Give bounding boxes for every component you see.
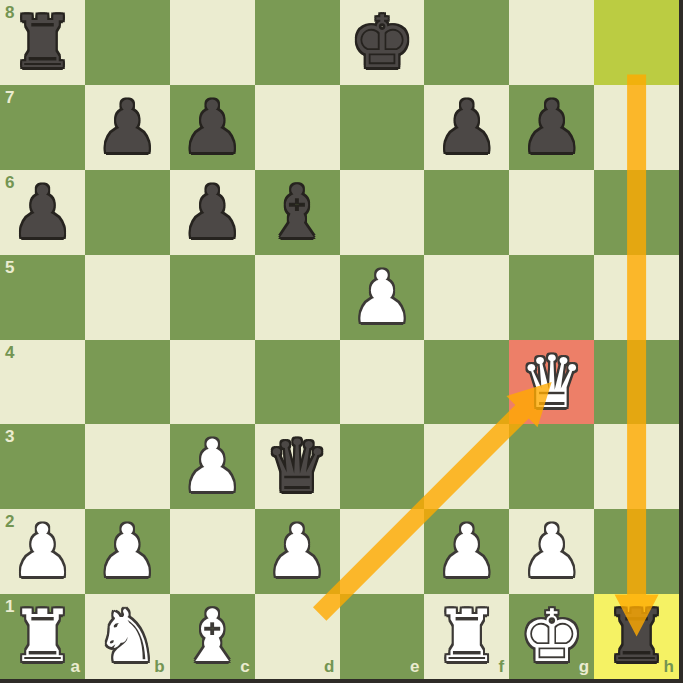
white-pawn-icon[interactable]: ♟ <box>95 509 160 594</box>
black-pawn-icon[interactable]: ♟ <box>519 85 584 170</box>
rank-label-4: 4 <box>5 343 14 363</box>
white-queen-icon[interactable]: ♛ <box>519 340 584 425</box>
file-label-c: c <box>240 657 249 677</box>
file-label-g: g <box>579 657 589 677</box>
square-a4[interactable]: 4 <box>0 340 85 425</box>
square-b3[interactable] <box>85 424 170 509</box>
square-c7[interactable]: ♟ <box>170 85 255 170</box>
white-pawn-icon[interactable]: ♟ <box>519 509 584 594</box>
chess-board[interactable]: 8♜♚7♟♟♟♟6♟♟♝5♟4♛3♟♛2♟♟♟♟♟1a♜b♞c♝def♜g♚h♜ <box>0 0 679 679</box>
chess-app-stage: 8♜♚7♟♟♟♟6♟♟♝5♟4♛3♟♛2♟♟♟♟♟1a♜b♞c♝def♜g♚h♜ <box>0 0 683 683</box>
square-b2[interactable]: ♟ <box>85 509 170 594</box>
black-pawn-icon[interactable]: ♟ <box>95 85 160 170</box>
square-d1[interactable]: d <box>255 594 340 679</box>
square-e3[interactable] <box>340 424 425 509</box>
white-king-icon[interactable]: ♚ <box>519 594 584 679</box>
white-pawn-icon[interactable]: ♟ <box>10 509 75 594</box>
black-pawn-icon[interactable]: ♟ <box>10 170 75 255</box>
square-c1[interactable]: c♝ <box>170 594 255 679</box>
square-d5[interactable] <box>255 255 340 340</box>
square-f6[interactable] <box>424 170 509 255</box>
square-f3[interactable] <box>424 424 509 509</box>
white-rook-icon[interactable]: ♜ <box>435 594 500 679</box>
square-e2[interactable] <box>340 509 425 594</box>
square-e5[interactable]: ♟ <box>340 255 425 340</box>
file-label-e: e <box>410 657 419 677</box>
square-d7[interactable] <box>255 85 340 170</box>
square-g6[interactable] <box>509 170 594 255</box>
black-pawn-icon[interactable]: ♟ <box>180 85 245 170</box>
square-e1[interactable]: e <box>340 594 425 679</box>
square-g5[interactable] <box>509 255 594 340</box>
file-label-b: b <box>154 657 164 677</box>
square-f4[interactable] <box>424 340 509 425</box>
black-pawn-icon[interactable]: ♟ <box>180 170 245 255</box>
square-e4[interactable] <box>340 340 425 425</box>
white-rook-icon[interactable]: ♜ <box>10 594 75 679</box>
square-f2[interactable]: ♟ <box>424 509 509 594</box>
white-pawn-icon[interactable]: ♟ <box>265 509 330 594</box>
square-h5[interactable] <box>594 255 679 340</box>
rank-label-6: 6 <box>5 173 14 193</box>
square-f5[interactable] <box>424 255 509 340</box>
square-b8[interactable] <box>85 0 170 85</box>
square-a8[interactable]: 8♜ <box>0 0 85 85</box>
square-b5[interactable] <box>85 255 170 340</box>
square-b6[interactable] <box>85 170 170 255</box>
square-b4[interactable] <box>85 340 170 425</box>
square-c4[interactable] <box>170 340 255 425</box>
white-bishop-icon[interactable]: ♝ <box>180 594 245 679</box>
square-h2[interactable] <box>594 509 679 594</box>
black-rook-icon[interactable]: ♜ <box>604 594 669 679</box>
square-g8[interactable] <box>509 0 594 85</box>
square-a2[interactable]: 2♟ <box>0 509 85 594</box>
square-h7[interactable] <box>594 85 679 170</box>
square-a5[interactable]: 5 <box>0 255 85 340</box>
rank-label-8: 8 <box>5 3 14 23</box>
black-bishop-icon[interactable]: ♝ <box>265 170 330 255</box>
white-pawn-icon[interactable]: ♟ <box>180 424 245 509</box>
square-e7[interactable] <box>340 85 425 170</box>
square-a1[interactable]: 1a♜ <box>0 594 85 679</box>
square-d6[interactable]: ♝ <box>255 170 340 255</box>
square-g1[interactable]: g♚ <box>509 594 594 679</box>
square-a7[interactable]: 7 <box>0 85 85 170</box>
square-c2[interactable] <box>170 509 255 594</box>
black-king-icon[interactable]: ♚ <box>350 0 415 85</box>
square-h6[interactable] <box>594 170 679 255</box>
square-e8[interactable]: ♚ <box>340 0 425 85</box>
black-pawn-icon[interactable]: ♟ <box>435 85 500 170</box>
square-f7[interactable]: ♟ <box>424 85 509 170</box>
square-d3[interactable]: ♛ <box>255 424 340 509</box>
square-g4[interactable]: ♛ <box>509 340 594 425</box>
square-d8[interactable] <box>255 0 340 85</box>
black-rook-icon[interactable]: ♜ <box>10 0 75 85</box>
square-f8[interactable] <box>424 0 509 85</box>
square-b1[interactable]: b♞ <box>85 594 170 679</box>
square-h1[interactable]: h♜ <box>594 594 679 679</box>
white-pawn-icon[interactable]: ♟ <box>350 255 415 340</box>
square-c5[interactable] <box>170 255 255 340</box>
file-label-a: a <box>70 657 79 677</box>
square-h4[interactable] <box>594 340 679 425</box>
rank-label-1: 1 <box>5 597 14 617</box>
rank-label-2: 2 <box>5 512 14 532</box>
square-e6[interactable] <box>340 170 425 255</box>
file-label-f: f <box>499 657 505 677</box>
square-c6[interactable]: ♟ <box>170 170 255 255</box>
white-pawn-icon[interactable]: ♟ <box>435 509 500 594</box>
file-label-h: h <box>664 657 674 677</box>
square-h3[interactable] <box>594 424 679 509</box>
square-c8[interactable] <box>170 0 255 85</box>
square-a3[interactable]: 3 <box>0 424 85 509</box>
rank-label-7: 7 <box>5 88 14 108</box>
square-g7[interactable]: ♟ <box>509 85 594 170</box>
square-b7[interactable]: ♟ <box>85 85 170 170</box>
square-d4[interactable] <box>255 340 340 425</box>
black-queen-icon[interactable]: ♛ <box>265 424 330 509</box>
square-a6[interactable]: 6♟ <box>0 170 85 255</box>
file-label-d: d <box>324 657 334 677</box>
rank-label-5: 5 <box>5 258 14 278</box>
square-g3[interactable] <box>509 424 594 509</box>
square-g2[interactable]: ♟ <box>509 509 594 594</box>
rank-label-3: 3 <box>5 427 14 447</box>
square-d2[interactable]: ♟ <box>255 509 340 594</box>
square-c3[interactable]: ♟ <box>170 424 255 509</box>
square-h8[interactable] <box>594 0 679 85</box>
square-f1[interactable]: f♜ <box>424 594 509 679</box>
white-knight-icon[interactable]: ♞ <box>95 594 160 679</box>
